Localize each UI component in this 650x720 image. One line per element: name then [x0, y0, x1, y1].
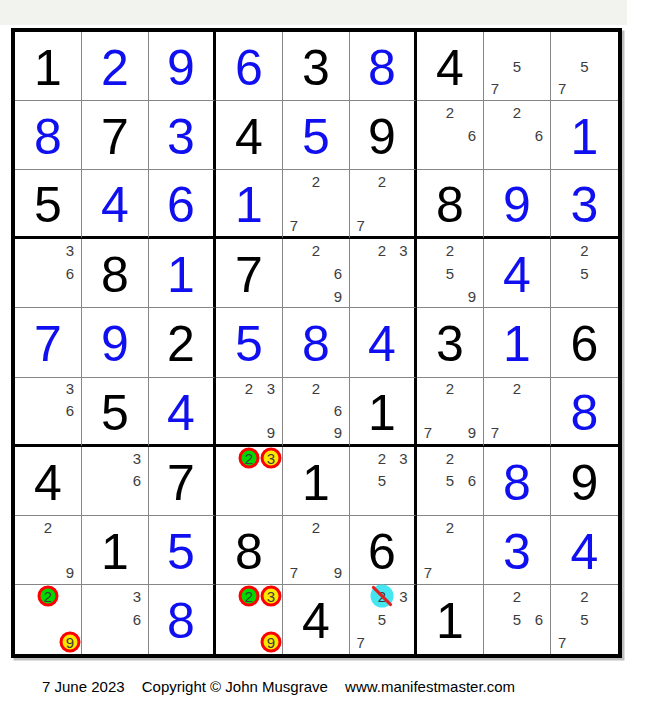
solved-digit: 7 — [34, 319, 62, 369]
cell-r1c4[interactable]: 6 — [216, 32, 283, 101]
candidate-grid: 57 — [484, 32, 550, 100]
candidate-digit: 2 — [446, 451, 454, 466]
cell-r9c6[interactable]: 2357 — [350, 585, 417, 654]
website-text: www.manifestmaster.com — [345, 678, 515, 695]
cell-r8c1[interactable]: 29 — [15, 516, 82, 585]
candidate-digit: 6 — [66, 403, 74, 418]
cell-r6c8[interactable]: 27 — [484, 378, 551, 447]
cell-r1c5[interactable]: 3 — [283, 32, 350, 101]
candidate-grid: 29 — [15, 585, 81, 654]
cell-r5c7[interactable]: 3 — [417, 308, 484, 377]
solved-digit: 3 — [167, 112, 195, 162]
cell-r2c2[interactable]: 7 — [82, 101, 149, 170]
cell-r9c9[interactable]: 257 — [551, 585, 618, 654]
candidate-grid: 36 — [82, 447, 148, 515]
candidate-digit: 9 — [468, 289, 476, 304]
given-digit: 5 — [34, 180, 62, 230]
cell-r9c2[interactable]: 36 — [82, 585, 149, 654]
given-digit: 6 — [571, 319, 599, 369]
candidate-digit: 2 — [378, 451, 386, 466]
candidate-digit: 7 — [558, 635, 566, 650]
given-digit: 4 — [302, 596, 330, 646]
candidate-digit: 3 — [66, 243, 74, 258]
solved-digit: 5 — [235, 319, 263, 369]
cell-r6c1[interactable]: 36 — [15, 378, 82, 447]
candidate-digit: 2 — [312, 520, 320, 535]
candidate-digit: 3 — [133, 451, 141, 466]
candidate-digit: 7 — [491, 425, 499, 440]
cell-r8c2[interactable]: 1 — [82, 516, 149, 585]
candidate-digit: 2 — [378, 243, 386, 258]
cell-r3c7[interactable]: 8 — [417, 170, 484, 239]
given-digit: 9 — [571, 458, 599, 508]
candidate-grid: 57 — [551, 32, 618, 100]
cell-r1c7[interactable]: 4 — [417, 32, 484, 101]
candidate-grid: 23 — [216, 447, 282, 515]
cell-r4c9[interactable]: 25 — [551, 239, 618, 308]
candidate-grid: 269 — [283, 239, 349, 307]
candidate-digit: 5 — [513, 59, 521, 74]
solved-digit: 2 — [101, 43, 129, 93]
candidate-grid: 257 — [551, 585, 618, 654]
solved-digit: 4 — [101, 180, 129, 230]
cell-r9c1[interactable]: 29 — [15, 585, 82, 654]
candidate-grid: 36 — [15, 239, 81, 307]
given-digit: 9 — [368, 112, 396, 162]
cell-r6c7[interactable]: 279 — [417, 378, 484, 447]
candidate-digit: 2 — [44, 520, 52, 535]
candidate-digit: 2 — [44, 589, 52, 604]
cell-r9c8[interactable]: 256 — [484, 585, 551, 654]
solved-digit: 9 — [503, 180, 531, 230]
candidate-digit: 9 — [267, 425, 275, 440]
cell-r5c8[interactable]: 1 — [484, 308, 551, 377]
cell-r6c3[interactable]: 4 — [149, 378, 216, 447]
cell-r8c4[interactable]: 8 — [216, 516, 283, 585]
cell-r4c4[interactable]: 7 — [216, 239, 283, 308]
cell-r4c6[interactable]: 23 — [350, 239, 417, 308]
candidate-digit: 3 — [399, 243, 407, 258]
given-digit: 6 — [368, 527, 396, 577]
cell-r5c6[interactable]: 4 — [350, 308, 417, 377]
cell-r4c5[interactable]: 269 — [283, 239, 350, 308]
candidate-digit: 6 — [133, 473, 141, 488]
candidate-grid: 36 — [15, 378, 81, 444]
cell-r5c4[interactable]: 5 — [216, 308, 283, 377]
cell-r2c8[interactable]: 26 — [484, 101, 551, 170]
candidate-digit: 2 — [446, 243, 454, 258]
candidate-digit: 5 — [378, 473, 386, 488]
solved-digit: 6 — [235, 43, 263, 93]
footer: 7 June 2023 Copyright © John Musgrave ww… — [42, 678, 515, 695]
candidate-digit: 7 — [290, 565, 298, 580]
candidate-grid: 239 — [216, 585, 282, 654]
solved-digit: 4 — [571, 527, 599, 577]
candidate-digit: 2 — [378, 174, 386, 189]
given-digit: 1 — [302, 458, 330, 508]
cell-r9c3[interactable]: 8 — [149, 585, 216, 654]
solved-digit: 8 — [571, 388, 599, 438]
cell-r3c6[interactable]: 27 — [350, 170, 417, 239]
cell-r7c7[interactable]: 256 — [417, 447, 484, 516]
given-digit: 7 — [235, 250, 263, 300]
given-digit: 4 — [235, 112, 263, 162]
given-digit: 1 — [436, 596, 464, 646]
given-digit: 1 — [34, 43, 62, 93]
candidate-digit: 6 — [535, 612, 543, 627]
cell-r8c7[interactable]: 27 — [417, 516, 484, 585]
cell-r2c7[interactable]: 26 — [417, 101, 484, 170]
cell-r4c3[interactable]: 1 — [149, 239, 216, 308]
cell-r8c6[interactable]: 6 — [350, 516, 417, 585]
candidate-grid: 2357 — [350, 585, 414, 654]
solved-digit: 8 — [302, 319, 330, 369]
cell-r9c4[interactable]: 239 — [216, 585, 283, 654]
cell-r3c8[interactable]: 9 — [484, 170, 551, 239]
cell-r9c5[interactable]: 4 — [283, 585, 350, 654]
candidate-grid: 279 — [283, 516, 349, 584]
given-digit: 8 — [235, 527, 263, 577]
given-digit: 8 — [436, 180, 464, 230]
given-digit: 2 — [167, 319, 195, 369]
cell-r3c4[interactable]: 1 — [216, 170, 283, 239]
cell-r4c2[interactable]: 8 — [82, 239, 149, 308]
cell-r2c1[interactable]: 8 — [15, 101, 82, 170]
candidate-grid: 269 — [283, 378, 349, 444]
cell-r1c8[interactable]: 57 — [484, 32, 551, 101]
cell-r6c9[interactable]: 8 — [551, 378, 618, 447]
candidate-grid: 36 — [82, 585, 148, 654]
solved-digit: 8 — [34, 112, 62, 162]
solved-digit: 6 — [167, 180, 195, 230]
solved-digit: 1 — [571, 112, 599, 162]
cell-r7c3[interactable]: 7 — [149, 447, 216, 516]
cell-r5c3[interactable]: 2 — [149, 308, 216, 377]
sudoku-board: 1296384575787345926261546127278933681726… — [11, 28, 622, 658]
solved-digit: 5 — [302, 112, 330, 162]
given-digit: 7 — [101, 112, 129, 162]
cell-r2c9[interactable]: 1 — [551, 101, 618, 170]
candidate-grid: 279 — [417, 378, 483, 444]
given-digit: 4 — [34, 458, 62, 508]
candidate-digit: 2 — [580, 243, 588, 258]
candidate-digit: 3 — [66, 381, 74, 396]
candidate-digit: 5 — [580, 266, 588, 281]
cell-r7c2[interactable]: 36 — [82, 447, 149, 516]
footer-date: 7 June 2023 — [42, 678, 125, 695]
candidate-digit: 9 — [334, 425, 342, 440]
candidate-grid: 25 — [551, 239, 618, 307]
candidate-digit: 7 — [424, 425, 432, 440]
candidate-grid: 27 — [484, 378, 550, 444]
candidate-grid: 259 — [417, 239, 483, 307]
candidate-digit: 7 — [290, 218, 298, 233]
solved-digit: 3 — [503, 527, 531, 577]
candidate-digit: 5 — [446, 266, 454, 281]
cell-r1c2[interactable]: 2 — [82, 32, 149, 101]
candidate-digit: 7 — [491, 81, 499, 96]
candidate-digit: 6 — [468, 128, 476, 143]
cell-r7c8[interactable]: 8 — [484, 447, 551, 516]
candidate-grid: 23 — [350, 239, 414, 307]
cell-r5c1[interactable]: 7 — [15, 308, 82, 377]
cell-r8c5[interactable]: 279 — [283, 516, 350, 585]
cell-r2c3[interactable]: 3 — [149, 101, 216, 170]
cell-r2c5[interactable]: 5 — [283, 101, 350, 170]
candidate-grid: 27 — [283, 170, 349, 236]
candidate-digit: 2 — [245, 451, 253, 466]
solved-digit: 8 — [368, 43, 396, 93]
cell-r7c5[interactable]: 1 — [283, 447, 350, 516]
candidate-digit: 9 — [334, 289, 342, 304]
given-digit: 1 — [101, 527, 129, 577]
cell-r3c1[interactable]: 5 — [15, 170, 82, 239]
candidate-digit: 7 — [356, 218, 364, 233]
candidate-digit: 6 — [535, 128, 543, 143]
solved-digit: 4 — [503, 250, 531, 300]
cell-r1c9[interactable]: 57 — [551, 32, 618, 101]
cell-r2c4[interactable]: 4 — [216, 101, 283, 170]
cell-r5c5[interactable]: 8 — [283, 308, 350, 377]
given-digit: 3 — [302, 43, 330, 93]
given-digit: 7 — [167, 458, 195, 508]
cell-r1c3[interactable]: 9 — [149, 32, 216, 101]
candidate-digit: 3 — [267, 589, 275, 604]
candidate-digit: 2 — [513, 589, 521, 604]
candidate-digit: 7 — [356, 635, 364, 650]
candidate-grid: 26 — [417, 101, 483, 169]
cell-r7c6[interactable]: 235 — [350, 447, 417, 516]
candidate-digit: 9 — [334, 565, 342, 580]
cell-r4c1[interactable]: 36 — [15, 239, 82, 308]
cell-r4c7[interactable]: 259 — [417, 239, 484, 308]
cell-r7c9[interactable]: 9 — [551, 447, 618, 516]
candidate-digit: 9 — [66, 565, 74, 580]
candidate-digit: 6 — [133, 612, 141, 627]
solved-digit: 9 — [167, 43, 195, 93]
title-bar — [0, 0, 627, 25]
solved-digit: 8 — [503, 458, 531, 508]
cell-r6c2[interactable]: 5 — [82, 378, 149, 447]
candidate-digit: 2 — [245, 381, 253, 396]
candidate-digit: 2 — [245, 589, 253, 604]
given-digit: 1 — [368, 388, 396, 438]
candidate-digit: 5 — [446, 473, 454, 488]
candidate-digit: 2 — [312, 174, 320, 189]
candidate-digit: 6 — [334, 266, 342, 281]
cell-r3c2[interactable]: 4 — [82, 170, 149, 239]
given-digit: 5 — [101, 388, 129, 438]
candidate-grid: 26 — [484, 101, 550, 169]
cell-r6c4[interactable]: 239 — [216, 378, 283, 447]
candidate-digit: 3 — [267, 451, 275, 466]
cell-r5c9[interactable]: 6 — [551, 308, 618, 377]
candidate-grid: 235 — [350, 447, 414, 515]
cell-r2c6[interactable]: 9 — [350, 101, 417, 170]
candidate-digit: 2 — [312, 243, 320, 258]
solved-digit: 4 — [368, 319, 396, 369]
given-digit: 8 — [101, 250, 129, 300]
cell-r6c6[interactable]: 1 — [350, 378, 417, 447]
candidate-digit: 9 — [66, 635, 74, 650]
cell-r3c9[interactable]: 3 — [551, 170, 618, 239]
candidate-grid: 27 — [417, 516, 483, 584]
cell-r7c1[interactable]: 4 — [15, 447, 82, 516]
candidate-digit: 2 — [312, 381, 320, 396]
candidate-digit: 5 — [580, 612, 588, 627]
solved-digit: 4 — [167, 388, 195, 438]
candidate-digit: 3 — [399, 451, 407, 466]
candidate-digit: 5 — [513, 612, 521, 627]
cell-r1c6[interactable]: 8 — [350, 32, 417, 101]
candidate-digit: 9 — [468, 425, 476, 440]
candidate-grid: 29 — [15, 516, 81, 584]
cell-r3c5[interactable]: 27 — [283, 170, 350, 239]
cell-r8c3[interactable]: 5 — [149, 516, 216, 585]
copyright-text: Copyright © John Musgrave — [142, 678, 328, 695]
solved-digit: 5 — [167, 527, 195, 577]
candidate-digit: 3 — [399, 589, 407, 604]
given-digit: 3 — [436, 319, 464, 369]
candidate-digit: 2 — [446, 520, 454, 535]
candidate-digit: 6 — [468, 473, 476, 488]
candidate-digit: 9 — [267, 635, 275, 650]
given-digit: 4 — [436, 43, 464, 93]
cell-r5c2[interactable]: 9 — [82, 308, 149, 377]
candidate-grid: 256 — [417, 447, 483, 515]
cell-r4c8[interactable]: 4 — [484, 239, 551, 308]
solved-digit: 9 — [101, 319, 129, 369]
cell-r8c9[interactable]: 4 — [551, 516, 618, 585]
candidate-digit: 5 — [580, 59, 588, 74]
cell-r1c1[interactable]: 1 — [15, 32, 82, 101]
candidate-digit: 2 — [446, 105, 454, 120]
cell-r3c3[interactable]: 6 — [149, 170, 216, 239]
candidate-digit: 2 — [446, 381, 454, 396]
cell-r8c8[interactable]: 3 — [484, 516, 551, 585]
candidate-digit: 2 — [513, 105, 521, 120]
solved-digit: 1 — [235, 180, 263, 230]
candidate-digit: 2 — [513, 381, 521, 396]
candidate-digit: 5 — [378, 612, 386, 627]
candidate-digit: 3 — [267, 381, 275, 396]
candidate-grid: 27 — [350, 170, 414, 236]
candidate-digit: 2 — [580, 589, 588, 604]
solved-digit: 8 — [167, 596, 195, 646]
candidate-digit: 7 — [558, 81, 566, 96]
candidate-digit: 6 — [334, 403, 342, 418]
solved-digit: 1 — [503, 319, 531, 369]
candidate-grid: 256 — [484, 585, 550, 654]
candidate-digit: 7 — [424, 565, 432, 580]
cell-r6c5[interactable]: 269 — [283, 378, 350, 447]
candidate-digit: 3 — [133, 589, 141, 604]
candidate-digit: 6 — [66, 266, 74, 281]
candidate-grid: 239 — [216, 378, 282, 444]
solved-digit: 1 — [167, 250, 195, 300]
cell-r9c7[interactable]: 1 — [417, 585, 484, 654]
cell-r7c4[interactable]: 23 — [216, 447, 283, 516]
solved-digit: 3 — [571, 180, 599, 230]
